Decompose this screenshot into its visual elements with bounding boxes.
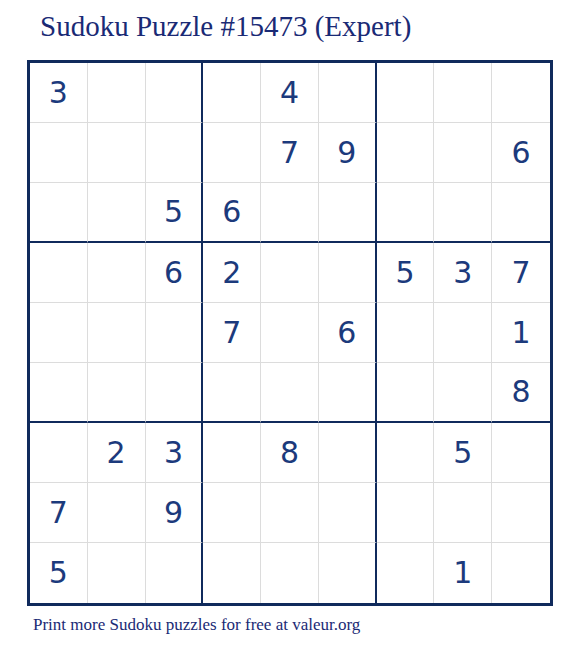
cell-r8c4[interactable] [203, 483, 261, 543]
cell-r3c4: 6 [203, 183, 261, 243]
cell-r4c5[interactable] [261, 243, 319, 303]
cell-r7c7[interactable] [377, 423, 435, 483]
sudoku-sheet: Sudoku Puzzle #15473 (Expert) 3479656625… [0, 0, 580, 651]
cell-r7c3: 3 [146, 423, 204, 483]
cell-r1c2[interactable] [88, 63, 146, 123]
cell-r4c9: 7 [492, 243, 550, 303]
cell-r4c8: 3 [434, 243, 492, 303]
cell-r9c8: 1 [434, 543, 492, 603]
cell-r4c6[interactable] [319, 243, 377, 303]
cell-r2c8[interactable] [434, 123, 492, 183]
cell-r7c8: 5 [434, 423, 492, 483]
cell-r1c3[interactable] [146, 63, 204, 123]
cell-r3c9[interactable] [492, 183, 550, 243]
cell-r8c6[interactable] [319, 483, 377, 543]
cell-r6c3[interactable] [146, 363, 204, 423]
cell-r4c3: 6 [146, 243, 204, 303]
cell-r6c8[interactable] [434, 363, 492, 423]
cell-r8c8[interactable] [434, 483, 492, 543]
page-title: Sudoku Puzzle #15473 (Expert) [40, 10, 411, 43]
cell-r3c7[interactable] [377, 183, 435, 243]
cell-r2c4[interactable] [203, 123, 261, 183]
cell-r1c7[interactable] [377, 63, 435, 123]
cell-r9c3[interactable] [146, 543, 204, 603]
cell-r2c7[interactable] [377, 123, 435, 183]
cell-r2c5: 7 [261, 123, 319, 183]
cell-r6c4[interactable] [203, 363, 261, 423]
cell-r5c5[interactable] [261, 303, 319, 363]
footer-credit: Print more Sudoku puzzles for free at va… [33, 615, 360, 635]
cell-r2c1[interactable] [30, 123, 88, 183]
cell-r2c9: 6 [492, 123, 550, 183]
cell-r3c3: 5 [146, 183, 204, 243]
cell-r6c1[interactable] [30, 363, 88, 423]
cell-r6c6[interactable] [319, 363, 377, 423]
sudoku-board: 347965662537761823857951 [27, 60, 553, 606]
cell-r7c5: 8 [261, 423, 319, 483]
cell-r1c5: 4 [261, 63, 319, 123]
cell-r9c4[interactable] [203, 543, 261, 603]
cell-r7c2: 2 [88, 423, 146, 483]
cell-r9c6[interactable] [319, 543, 377, 603]
cell-r5c7[interactable] [377, 303, 435, 363]
cell-r5c4: 7 [203, 303, 261, 363]
cell-r2c3[interactable] [146, 123, 204, 183]
cell-r3c8[interactable] [434, 183, 492, 243]
cell-r4c7: 5 [377, 243, 435, 303]
cell-r4c2[interactable] [88, 243, 146, 303]
cell-r1c8[interactable] [434, 63, 492, 123]
cell-r3c2[interactable] [88, 183, 146, 243]
cell-r6c2[interactable] [88, 363, 146, 423]
cell-r8c2[interactable] [88, 483, 146, 543]
cell-r9c9[interactable] [492, 543, 550, 603]
cell-r6c7[interactable] [377, 363, 435, 423]
cell-r4c1[interactable] [30, 243, 88, 303]
cell-r1c4[interactable] [203, 63, 261, 123]
cell-r6c9: 8 [492, 363, 550, 423]
cell-r7c4[interactable] [203, 423, 261, 483]
cell-r2c2[interactable] [88, 123, 146, 183]
cell-r4c4: 2 [203, 243, 261, 303]
cell-r9c5[interactable] [261, 543, 319, 603]
cell-r9c1: 5 [30, 543, 88, 603]
cell-r5c3[interactable] [146, 303, 204, 363]
cell-r3c5[interactable] [261, 183, 319, 243]
cell-r1c1: 3 [30, 63, 88, 123]
cell-r3c1[interactable] [30, 183, 88, 243]
cell-r8c5[interactable] [261, 483, 319, 543]
cell-r5c8[interactable] [434, 303, 492, 363]
cell-r9c2[interactable] [88, 543, 146, 603]
cell-r9c7[interactable] [377, 543, 435, 603]
cell-r5c6: 6 [319, 303, 377, 363]
cell-r1c9[interactable] [492, 63, 550, 123]
cell-r5c2[interactable] [88, 303, 146, 363]
cell-r5c9: 1 [492, 303, 550, 363]
cell-r1c6[interactable] [319, 63, 377, 123]
cell-r2c6: 9 [319, 123, 377, 183]
cell-r8c3: 9 [146, 483, 204, 543]
cell-r7c1[interactable] [30, 423, 88, 483]
cell-r6c5[interactable] [261, 363, 319, 423]
cell-r7c9[interactable] [492, 423, 550, 483]
cell-r8c7[interactable] [377, 483, 435, 543]
cell-r3c6[interactable] [319, 183, 377, 243]
cell-r8c1: 7 [30, 483, 88, 543]
cell-r5c1[interactable] [30, 303, 88, 363]
cell-r7c6[interactable] [319, 423, 377, 483]
cell-r8c9[interactable] [492, 483, 550, 543]
